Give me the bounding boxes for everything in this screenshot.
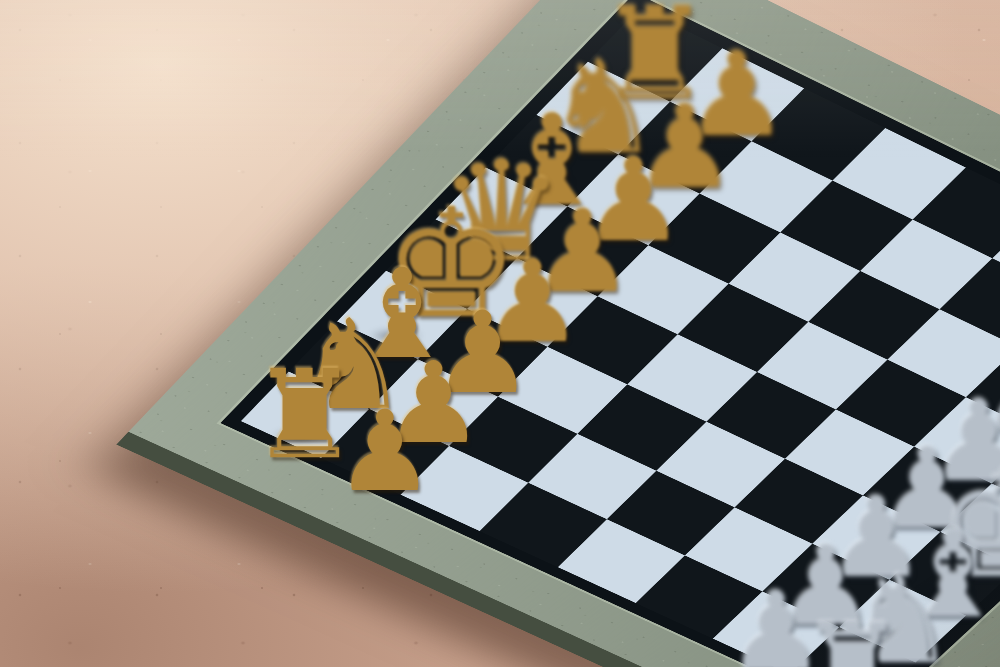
piece-shadow-c2 — [592, 210, 663, 230]
piece-black-pawn-c7: ♟ — [981, 335, 1000, 448]
piece-shadow-d2 — [541, 261, 612, 280]
piece-black-pawn-e7: ♟ — [877, 434, 977, 545]
piece-shadow-h1 — [261, 425, 337, 446]
piece-shadow-a2 — [695, 105, 767, 125]
piece-white-pawn-b2: ♟ — [633, 90, 737, 206]
piece-white-bishop-f1: ♝ — [347, 253, 458, 376]
piece-white-knight-g1: ♞ — [297, 303, 409, 428]
piece-white-bishop-c1: ♝ — [496, 98, 609, 224]
piece-black-pawn-f7: ♟ — [827, 482, 926, 593]
piece-white-king-e1: ♚ — [384, 189, 519, 340]
piece-white-pawn-e2: ♟ — [481, 246, 583, 360]
piece-black-queen-d8: ♛ — [996, 410, 1000, 546]
piece-white-rook-h1: ♜ — [250, 354, 359, 476]
piece-black-rook-h8: ♜ — [799, 609, 906, 667]
piece-shadow-d1 — [451, 225, 537, 249]
piece-white-pawn-c2: ♟ — [582, 143, 685, 258]
piece-black-pawn-d7: ♟ — [929, 385, 1000, 497]
piece-shadow-c7 — [991, 401, 1000, 420]
piece-shadow-e8 — [952, 538, 1000, 563]
piece-shadow-g1 — [308, 376, 385, 397]
piece-shadow-f2 — [442, 363, 512, 382]
photo-stage: ♜♞♝♛♚♝♞♜♟♟♟♟♟♟♟♟♟♟♟♟♟♟♟♟♜♞♝♛♚♝♞♜ — [0, 0, 1000, 667]
piece-black-pawn-g7: ♟ — [776, 531, 875, 641]
piece-white-knight-b1: ♞ — [546, 44, 661, 173]
piece-shadow-e7 — [887, 499, 956, 518]
piece-white-pawn-d2: ♟ — [531, 195, 633, 309]
piece-shadow-f7 — [836, 547, 905, 566]
piece-shadow-c1 — [507, 172, 585, 193]
piece-shadow-d7 — [939, 450, 1000, 469]
piece-black-king-e8: ♚ — [939, 453, 1000, 600]
piece-black-bishop-f8: ♝ — [899, 514, 1000, 634]
piece-white-pawn-h2: ♟ — [335, 396, 435, 508]
piece-shadow-a1 — [609, 66, 688, 88]
piece-shadow-h2 — [345, 461, 414, 480]
piece-shadow-g8 — [859, 632, 934, 653]
piece-white-pawn-a2: ♟ — [685, 37, 789, 153]
piece-shadow-f8 — [910, 584, 985, 604]
pieces-layer: ♜♞♝♛♚♝♞♜♟♟♟♟♟♟♟♟♟♟♟♟♟♟♟♟♜♞♝♛♚♝♞♜ — [0, 0, 1000, 667]
piece-black-pawn-h7: ♟ — [727, 578, 825, 667]
piece-white-rook-a1: ♜ — [598, 0, 712, 119]
piece-shadow-e1 — [397, 277, 490, 303]
piece-shadow-f1 — [358, 326, 435, 347]
piece-shadow-g2 — [393, 412, 463, 431]
piece-shadow-h7 — [737, 642, 805, 661]
piece-white-queen-d1: ♛ — [439, 143, 564, 282]
piece-shadow-g7 — [786, 595, 854, 614]
piece-shadow-b1 — [557, 119, 637, 141]
piece-white-pawn-g2: ♟ — [383, 347, 484, 459]
piece-black-knight-g8: ♞ — [848, 561, 957, 667]
piece-shadow-e2 — [491, 312, 561, 331]
piece-white-pawn-f2: ♟ — [432, 297, 533, 410]
piece-shadow-b2 — [643, 158, 715, 178]
